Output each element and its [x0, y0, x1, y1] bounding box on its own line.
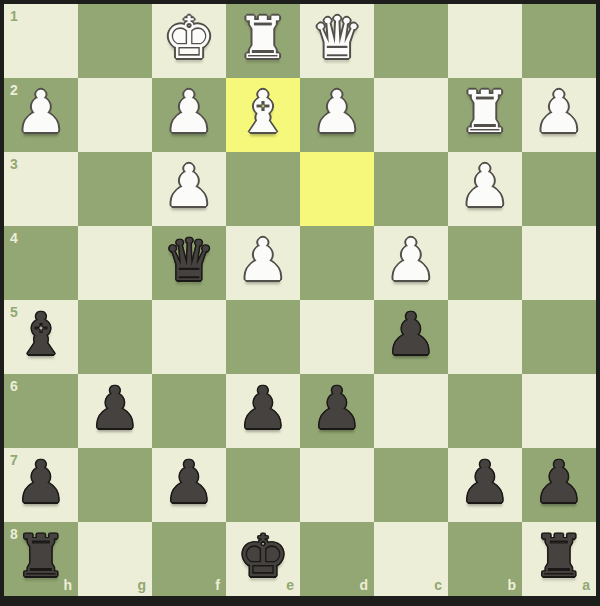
square-e2[interactable]: ♝ [226, 78, 300, 152]
square-g6[interactable]: ♟ [78, 374, 152, 448]
black-pawn[interactable]: ♟ [163, 453, 215, 511]
white-king[interactable]: ♚ [163, 9, 215, 67]
square-d3[interactable] [300, 152, 374, 226]
file-label-f: f [215, 577, 220, 593]
square-e1[interactable]: ♜ [226, 4, 300, 78]
square-e8[interactable]: ♚e [226, 522, 300, 596]
file-label-g: g [137, 577, 146, 593]
square-g4[interactable] [78, 226, 152, 300]
square-a6[interactable] [522, 374, 596, 448]
square-d1[interactable]: ♛ [300, 4, 374, 78]
square-e7[interactable] [226, 448, 300, 522]
square-c6[interactable] [374, 374, 448, 448]
square-h7[interactable]: ♟7 [4, 448, 78, 522]
square-g1[interactable] [78, 4, 152, 78]
rank-label-3: 3 [10, 156, 18, 172]
file-label-d: d [359, 577, 368, 593]
square-h1[interactable]: 1 [4, 4, 78, 78]
rank-label-1: 1 [10, 8, 18, 24]
square-f6[interactable] [152, 374, 226, 448]
white-pawn[interactable]: ♟ [385, 231, 437, 289]
board-frame: 1♚♜♛♟2♟♝♟♜♟3♟♟4♛♟♟♝5♟6♟♟♟♟7♟♟♟♜8hgf♚edcb… [0, 0, 600, 606]
black-bishop[interactable]: ♝ [15, 305, 67, 363]
square-b4[interactable] [448, 226, 522, 300]
square-h4[interactable]: 4 [4, 226, 78, 300]
black-rook[interactable]: ♜ [15, 527, 67, 585]
chess-board: 1♚♜♛♟2♟♝♟♜♟3♟♟4♛♟♟♝5♟6♟♟♟♟7♟♟♟♜8hgf♚edcb… [4, 4, 596, 596]
square-a5[interactable] [522, 300, 596, 374]
square-a3[interactable] [522, 152, 596, 226]
white-pawn[interactable]: ♟ [533, 83, 585, 141]
white-pawn[interactable]: ♟ [311, 83, 363, 141]
square-a7[interactable]: ♟ [522, 448, 596, 522]
black-pawn[interactable]: ♟ [15, 453, 67, 511]
black-pawn[interactable]: ♟ [385, 305, 437, 363]
square-d8[interactable]: d [300, 522, 374, 596]
square-d6[interactable]: ♟ [300, 374, 374, 448]
black-pawn[interactable]: ♟ [459, 453, 511, 511]
white-bishop[interactable]: ♝ [237, 83, 289, 141]
black-rook[interactable]: ♜ [533, 527, 585, 585]
square-f1[interactable]: ♚ [152, 4, 226, 78]
square-f4[interactable]: ♛ [152, 226, 226, 300]
white-pawn[interactable]: ♟ [237, 231, 289, 289]
square-h2[interactable]: ♟2 [4, 78, 78, 152]
square-d5[interactable] [300, 300, 374, 374]
white-rook[interactable]: ♜ [459, 83, 511, 141]
square-e4[interactable]: ♟ [226, 226, 300, 300]
white-rook[interactable]: ♜ [237, 9, 289, 67]
rank-label-6: 6 [10, 378, 18, 394]
square-c2[interactable] [374, 78, 448, 152]
square-d7[interactable] [300, 448, 374, 522]
file-label-c: c [434, 577, 442, 593]
square-e5[interactable] [226, 300, 300, 374]
square-h8[interactable]: ♜8h [4, 522, 78, 596]
square-c4[interactable]: ♟ [374, 226, 448, 300]
black-king[interactable]: ♚ [237, 527, 289, 585]
square-c3[interactable] [374, 152, 448, 226]
black-queen[interactable]: ♛ [163, 231, 215, 289]
square-g2[interactable] [78, 78, 152, 152]
square-f8[interactable]: f [152, 522, 226, 596]
square-a2[interactable]: ♟ [522, 78, 596, 152]
square-h6[interactable]: 6 [4, 374, 78, 448]
black-pawn[interactable]: ♟ [237, 379, 289, 437]
square-b8[interactable]: b [448, 522, 522, 596]
rank-label-4: 4 [10, 230, 18, 246]
square-f2[interactable]: ♟ [152, 78, 226, 152]
square-g5[interactable] [78, 300, 152, 374]
square-h5[interactable]: ♝5 [4, 300, 78, 374]
file-label-b: b [507, 577, 516, 593]
square-e3[interactable] [226, 152, 300, 226]
square-b7[interactable]: ♟ [448, 448, 522, 522]
black-pawn[interactable]: ♟ [89, 379, 141, 437]
square-c1[interactable] [374, 4, 448, 78]
square-f7[interactable]: ♟ [152, 448, 226, 522]
square-c7[interactable] [374, 448, 448, 522]
white-pawn[interactable]: ♟ [15, 83, 67, 141]
white-queen[interactable]: ♛ [311, 9, 363, 67]
square-b2[interactable]: ♜ [448, 78, 522, 152]
black-pawn[interactable]: ♟ [311, 379, 363, 437]
square-b6[interactable] [448, 374, 522, 448]
square-a1[interactable] [522, 4, 596, 78]
square-b1[interactable] [448, 4, 522, 78]
square-f5[interactable] [152, 300, 226, 374]
square-g7[interactable] [78, 448, 152, 522]
black-pawn[interactable]: ♟ [533, 453, 585, 511]
square-e6[interactable]: ♟ [226, 374, 300, 448]
square-g8[interactable]: g [78, 522, 152, 596]
white-pawn[interactable]: ♟ [163, 157, 215, 215]
square-d2[interactable]: ♟ [300, 78, 374, 152]
square-d4[interactable] [300, 226, 374, 300]
square-a8[interactable]: ♜a [522, 522, 596, 596]
square-b5[interactable] [448, 300, 522, 374]
white-pawn[interactable]: ♟ [163, 83, 215, 141]
square-f3[interactable]: ♟ [152, 152, 226, 226]
square-a4[interactable] [522, 226, 596, 300]
square-b3[interactable]: ♟ [448, 152, 522, 226]
square-c5[interactable]: ♟ [374, 300, 448, 374]
square-c8[interactable]: c [374, 522, 448, 596]
square-h3[interactable]: 3 [4, 152, 78, 226]
square-g3[interactable] [78, 152, 152, 226]
white-pawn[interactable]: ♟ [459, 157, 511, 215]
